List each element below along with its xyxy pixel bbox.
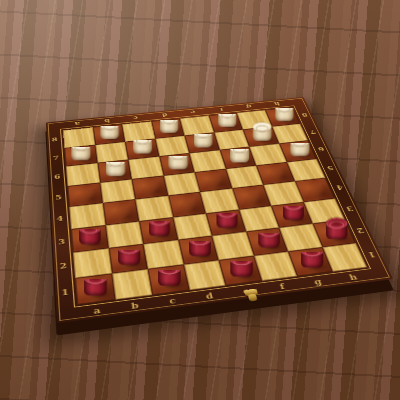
white-piece-e7[interactable]: ⛀ <box>194 134 213 147</box>
file-label-f: f <box>262 279 302 294</box>
square-a1[interactable]: ⛂ <box>75 273 115 304</box>
red-piece-a3[interactable]: ⛂ <box>79 229 101 244</box>
red-piece-g1[interactable]: ⛂ <box>301 252 323 268</box>
white-piece-a7[interactable]: ⛀ <box>72 147 91 160</box>
file-label-d: d <box>190 288 230 304</box>
rank-label-4: 4 <box>53 207 68 231</box>
rank-label-1: 1 <box>57 278 74 307</box>
white-piece-d6[interactable]: ⛀ <box>168 155 187 169</box>
red-piece-e3[interactable]: ⛂ <box>217 213 238 228</box>
clasp-hook <box>248 294 258 302</box>
square-b2[interactable]: ⛂ <box>108 244 147 273</box>
square-h6[interactable]: ⛀ <box>279 141 317 162</box>
photo-stage: abcdefgh abcdefgh 87654321 87654321 ⛀⛀⛀⛀… <box>0 0 400 400</box>
square-b1[interactable] <box>112 269 153 300</box>
file-label-c: c <box>153 293 192 309</box>
square-d5[interactable] <box>163 172 200 196</box>
square-h4[interactable] <box>295 178 335 202</box>
rank-label-8: 8 <box>48 131 61 150</box>
red-piece-f2[interactable]: ⛂ <box>258 232 280 247</box>
white-piece-d8[interactable]: ⛀ <box>160 120 178 133</box>
square-a6[interactable] <box>66 163 100 186</box>
red-piece-c3[interactable]: ⛂ <box>149 221 170 236</box>
white-piece-f8[interactable]: ⛀ <box>218 114 236 127</box>
file-label-h: h <box>333 270 373 285</box>
red-piece-c1[interactable]: ⛂ <box>158 270 181 286</box>
rank-label-2: 2 <box>55 253 71 280</box>
file-label-g: g <box>298 274 338 289</box>
red-piece-a1[interactable]: ⛂ <box>84 279 107 295</box>
white-piece-c7[interactable]: ⛀ <box>133 140 152 153</box>
red-piece-e1[interactable]: ⛂ <box>231 261 253 277</box>
rank-label-6: 6 <box>50 167 64 188</box>
white-piece-h6[interactable]: ⛀ <box>290 142 309 155</box>
red-piece-g3[interactable]: ⛂ <box>283 206 304 221</box>
white-piece-f6[interactable]: ⛀ <box>230 149 249 162</box>
red-piece-b2[interactable]: ⛂ <box>118 249 140 264</box>
square-a7[interactable]: ⛀ <box>64 145 97 167</box>
rank-label-3: 3 <box>54 229 70 254</box>
rank-label-7: 7 <box>49 148 63 168</box>
brass-clasp-icon[interactable] <box>242 288 263 302</box>
white-piece-g7[interactable]: ⛀ <box>253 128 272 141</box>
red-piece-h2[interactable]: ⛂ <box>326 224 347 239</box>
white-piece-b6[interactable]: ⛀ <box>105 162 125 176</box>
white-piece-b8[interactable]: ⛀ <box>100 126 118 139</box>
rank-label-5: 5 <box>51 186 66 208</box>
square-c1[interactable]: ⛂ <box>148 264 190 295</box>
red-piece-d2[interactable]: ⛂ <box>189 241 211 256</box>
white-piece-h8[interactable]: ⛀ <box>275 108 293 121</box>
square-b4[interactable] <box>102 199 139 225</box>
square-f2[interactable]: ⛂ <box>246 228 288 256</box>
